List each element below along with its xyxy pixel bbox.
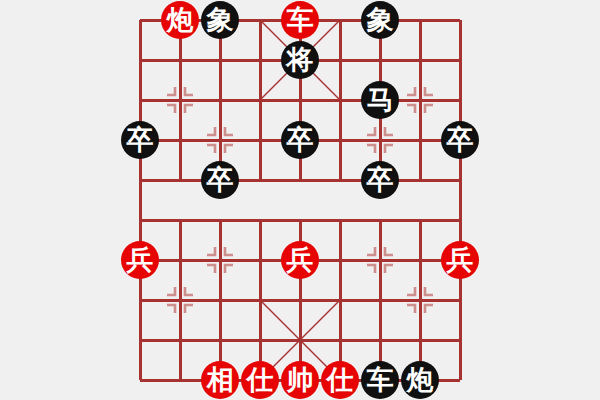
red-chariot-glyph: 车 (287, 1, 314, 39)
black-cannon-glyph: 炮 (407, 361, 434, 399)
black-soldier-glyph: 卒 (367, 161, 394, 199)
black-horse-glyph: 马 (367, 81, 394, 119)
black-soldier-glyph: 卒 (127, 121, 154, 159)
red-advisor-glyph: 仕 (247, 361, 274, 399)
piece-red-soldier[interactable]: 兵 (121, 241, 159, 279)
red-soldier-glyph: 兵 (447, 241, 474, 279)
red-elephant-glyph: 相 (207, 361, 234, 399)
piece-red-advisor[interactable]: 仕 (241, 361, 279, 399)
red-soldier-glyph: 兵 (127, 241, 154, 279)
red-soldier-glyph: 兵 (287, 241, 314, 279)
black-elephant-glyph: 象 (207, 1, 234, 39)
black-soldier-glyph: 卒 (447, 121, 474, 159)
piece-red-chariot[interactable]: 车 (281, 1, 319, 39)
piece-black-horse[interactable]: 马 (361, 81, 399, 119)
piece-red-soldier[interactable]: 兵 (441, 241, 479, 279)
red-general-glyph: 帅 (287, 361, 314, 399)
black-soldier-glyph: 卒 (207, 161, 234, 199)
piece-red-general[interactable]: 帅 (281, 361, 319, 399)
red-cannon-glyph: 炮 (167, 1, 194, 39)
black-elephant-glyph: 象 (367, 1, 394, 39)
piece-black-soldier[interactable]: 卒 (361, 161, 399, 199)
piece-red-cannon[interactable]: 炮 (161, 1, 199, 39)
black-chariot-glyph: 车 (367, 361, 394, 399)
piece-black-chariot[interactable]: 车 (361, 361, 399, 399)
piece-red-advisor[interactable]: 仕 (321, 361, 359, 399)
piece-black-soldier[interactable]: 卒 (121, 121, 159, 159)
black-soldier-glyph: 卒 (287, 121, 314, 159)
piece-black-elephant[interactable]: 象 (201, 1, 239, 39)
piece-red-soldier[interactable]: 兵 (281, 241, 319, 279)
piece-black-soldier[interactable]: 卒 (441, 121, 479, 159)
xiangqi-board: 炮象车象将马卒卒卒卒卒兵兵兵相仕帅仕车炮 (0, 0, 600, 400)
piece-black-elephant[interactable]: 象 (361, 1, 399, 39)
red-advisor-glyph: 仕 (327, 361, 354, 399)
piece-black-soldier[interactable]: 卒 (281, 121, 319, 159)
piece-layer: 炮象车象将马卒卒卒卒卒兵兵兵相仕帅仕车炮 (120, 0, 480, 400)
piece-black-soldier[interactable]: 卒 (201, 161, 239, 199)
black-general-glyph: 将 (287, 41, 314, 79)
piece-black-cannon[interactable]: 炮 (401, 361, 439, 399)
piece-red-elephant[interactable]: 相 (201, 361, 239, 399)
piece-black-general[interactable]: 将 (281, 41, 319, 79)
